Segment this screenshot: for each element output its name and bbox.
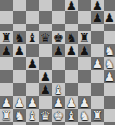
black-rook-icon: ♜ <box>1 31 12 43</box>
edge-square-r2c6 <box>78 24 91 31</box>
square-c8[interactable]: ♝ <box>26 31 39 44</box>
edge-square-r0c5: ♟ <box>65 0 78 11</box>
square-f6[interactable] <box>65 57 78 70</box>
square-g4[interactable] <box>78 83 91 96</box>
square-b7[interactable]: ♟ <box>13 44 26 57</box>
white-knight-icon: ♞ <box>104 57 115 69</box>
edge-square-r1c5 <box>65 11 78 24</box>
black-pawn-icon: ♟ <box>92 0 103 11</box>
square-a6[interactable] <box>0 57 13 70</box>
white-knight-icon: ♞ <box>14 109 25 121</box>
square-a1[interactable] <box>0 122 13 125</box>
white-rook-icon: ♜ <box>1 109 12 121</box>
square-b3[interactable]: ♟ <box>13 96 26 109</box>
edge-square-r1c1 <box>13 11 26 24</box>
square-h3[interactable] <box>91 96 104 109</box>
square-h8[interactable] <box>91 31 104 44</box>
black-pawn-icon: ♟ <box>66 0 77 11</box>
edge-square-r1c7: ♟ <box>91 11 104 24</box>
square-f8[interactable]: ♞ <box>65 31 78 44</box>
square-a5[interactable] <box>0 70 13 83</box>
square-b4[interactable] <box>13 83 26 96</box>
white-bishop-icon: ♝ <box>66 109 77 121</box>
square-h6[interactable]: ♟ <box>91 57 104 70</box>
edge-square-r1c6 <box>78 11 91 24</box>
square-e6[interactable] <box>52 57 65 70</box>
black-pawn-icon: ♟ <box>27 57 38 69</box>
white-pawn-icon: ♟ <box>14 96 25 108</box>
square-d3[interactable] <box>39 96 52 109</box>
black-pawn-icon: ♟ <box>66 44 77 56</box>
square-c7[interactable] <box>26 44 39 57</box>
square-a2[interactable]: ♜ <box>0 109 13 122</box>
edge-square-r1c2 <box>26 11 39 24</box>
black-pawn-icon: ♟ <box>53 44 64 56</box>
edge-square-r0c3 <box>39 0 52 11</box>
square-g8[interactable]: ♜ <box>78 31 91 44</box>
black-pawn-icon: ♟ <box>40 83 51 95</box>
edge-square-r7c8 <box>104 83 115 96</box>
square-h2[interactable]: ♜ <box>91 109 104 122</box>
square-g2[interactable]: ♞ <box>78 109 91 122</box>
edge-square-r9c8 <box>104 109 115 122</box>
square-b6[interactable] <box>13 57 26 70</box>
black-bishop-icon: ♝ <box>27 31 38 43</box>
square-b5[interactable] <box>13 70 26 83</box>
square-h5[interactable] <box>91 70 104 83</box>
edge-square-r0c7: ♟ <box>91 0 104 11</box>
square-f5[interactable] <box>65 70 78 83</box>
edge-square-r5c8: ♞ <box>104 57 115 70</box>
black-pawn-icon: ♟ <box>79 44 90 56</box>
square-e5[interactable] <box>52 70 65 83</box>
edge-square-r0c6 <box>78 0 91 11</box>
black-pawn-icon: ♟ <box>14 44 25 56</box>
square-d8[interactable]: ♛ <box>39 31 52 44</box>
edge-square-r6c8: ♟ <box>104 70 115 83</box>
square-e1[interactable] <box>52 122 65 125</box>
square-e2[interactable]: ♚ <box>52 109 65 122</box>
black-queen-icon: ♛ <box>40 31 51 43</box>
edge-square-r0c4 <box>52 0 65 11</box>
square-d6[interactable] <box>39 57 52 70</box>
square-b1[interactable] <box>13 122 26 125</box>
edge-square-r2c3 <box>39 24 52 31</box>
square-g5[interactable] <box>78 70 91 83</box>
edge-square-r8c8 <box>104 96 115 109</box>
square-g7[interactable]: ♟ <box>78 44 91 57</box>
black-pawn-icon: ♟ <box>92 11 103 23</box>
black-rook-icon: ♜ <box>79 31 90 43</box>
edge-square-r0c0 <box>0 0 13 11</box>
edge-square-r2c0 <box>0 24 13 31</box>
white-pawn-icon: ♟ <box>79 96 90 108</box>
white-pawn-icon: ♟ <box>92 57 103 69</box>
white-rook-icon: ♜ <box>92 109 103 121</box>
square-c1[interactable] <box>26 122 39 125</box>
edge-square-r2c4 <box>52 24 65 31</box>
edge-square-r0c2 <box>26 0 39 11</box>
white-pawn-icon: ♟ <box>53 96 64 108</box>
edge-square-r2c2 <box>26 24 39 31</box>
edge-square-r2c8 <box>104 24 115 31</box>
square-f4[interactable] <box>65 83 78 96</box>
edge-square-r2c5 <box>65 24 78 31</box>
edge-square-r3c8 <box>104 31 115 44</box>
square-e8[interactable]: ♚ <box>52 31 65 44</box>
edge-square-r1c4 <box>52 11 65 24</box>
black-knight-icon: ♞ <box>14 31 25 43</box>
square-c6[interactable]: ♟ <box>26 57 39 70</box>
square-h1[interactable] <box>91 122 104 125</box>
square-a4[interactable] <box>0 83 13 96</box>
edge-square-r0c8 <box>104 0 115 11</box>
black-king-icon: ♚ <box>53 31 64 43</box>
edge-square-r0c1 <box>13 0 26 11</box>
square-d1[interactable] <box>39 122 52 125</box>
white-pawn-icon: ♟ <box>66 96 77 108</box>
black-pawn-icon: ♟ <box>104 11 115 23</box>
square-g1[interactable] <box>78 122 91 125</box>
square-a8[interactable]: ♜ <box>0 31 13 44</box>
square-d5[interactable]: ♟ <box>39 70 52 83</box>
square-e7[interactable]: ♟ <box>52 44 65 57</box>
square-g6[interactable] <box>78 57 91 70</box>
square-g3[interactable]: ♟ <box>78 96 91 109</box>
square-c2[interactable]: ♝ <box>26 109 39 122</box>
white-pawn-icon: ♟ <box>104 70 115 82</box>
white-knight-icon: ♞ <box>79 109 90 121</box>
white-bishop-icon: ♝ <box>27 109 38 121</box>
black-knight-icon: ♞ <box>66 31 77 43</box>
edge-square-r2c1 <box>13 24 26 31</box>
white-knight-icon: ♞ <box>104 44 115 56</box>
white-queen-icon: ♛ <box>40 109 51 121</box>
square-f3[interactable]: ♟ <box>65 96 78 109</box>
square-d7[interactable] <box>39 44 52 57</box>
square-a7[interactable]: ♟ <box>0 44 13 57</box>
square-a3[interactable]: ♟ <box>0 96 13 109</box>
edge-square-r1c0 <box>0 11 13 24</box>
square-b2[interactable]: ♞ <box>13 109 26 122</box>
edge-square-r1c8: ♟ <box>104 11 115 24</box>
edge-square-r4c8: ♞ <box>104 44 115 57</box>
square-c5[interactable] <box>26 70 39 83</box>
white-king-icon: ♚ <box>53 109 64 121</box>
chess-board: ♟♟♟♟♜♞♝♛♚♞♜♟♟♟♟♟♞♟♟♞♟♟♟♝♟♟♟♟♟♟♜♞♝♛♚♝♞♜ <box>0 0 115 125</box>
square-e3[interactable]: ♟ <box>52 96 65 109</box>
square-b8[interactable]: ♞ <box>13 31 26 44</box>
square-h4[interactable] <box>91 83 104 96</box>
white-bishop-icon: ♝ <box>53 83 64 95</box>
square-f7[interactable]: ♟ <box>65 44 78 57</box>
square-f1[interactable] <box>65 122 78 125</box>
square-c4[interactable] <box>26 83 39 96</box>
square-c3[interactable]: ♟ <box>26 96 39 109</box>
square-e4[interactable]: ♝ <box>52 83 65 96</box>
edge-square-r10c8 <box>104 122 115 125</box>
square-h7[interactable] <box>91 44 104 57</box>
black-pawn-icon: ♟ <box>40 70 51 82</box>
edge-square-r2c7 <box>91 24 104 31</box>
chess-board-screenshot: ♟♟♟♟♜♞♝♛♚♞♜♟♟♟♟♟♞♟♟♞♟♟♟♝♟♟♟♟♟♟♜♞♝♛♚♝♞♜ <box>0 0 115 125</box>
square-f2[interactable]: ♝ <box>65 109 78 122</box>
white-pawn-icon: ♟ <box>27 96 38 108</box>
square-d2[interactable]: ♛ <box>39 109 52 122</box>
square-d4[interactable]: ♟ <box>39 83 52 96</box>
edge-square-r1c3 <box>39 11 52 24</box>
black-pawn-icon: ♟ <box>1 44 12 56</box>
white-pawn-icon: ♟ <box>1 96 12 108</box>
